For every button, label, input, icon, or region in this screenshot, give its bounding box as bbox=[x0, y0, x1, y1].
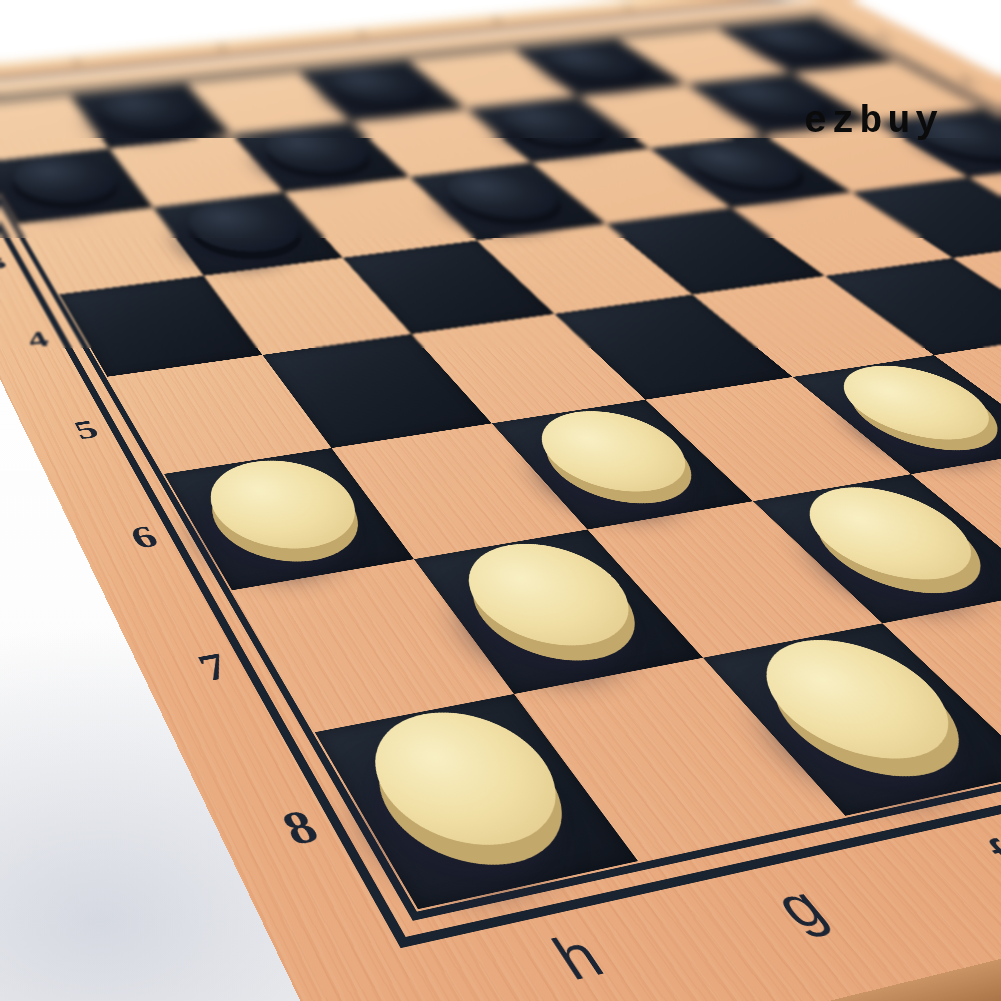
file-label-f: f bbox=[933, 820, 1001, 899]
perspective-scene: 1122334455667788hgfedcba12345 bbox=[0, 0, 1001, 1001]
ezbuy-watermark: ezbuy bbox=[804, 100, 943, 143]
file-label-g: g bbox=[725, 866, 875, 950]
file-label-h: h bbox=[504, 914, 654, 1001]
checkers-board: 1122334455667788hgfedcba12345 bbox=[0, 0, 1001, 1001]
rank-label-left-4: 4 bbox=[3, 324, 72, 355]
product-photo: 1122334455667788hgfedcba12345 ezbuy bbox=[0, 0, 1001, 1001]
